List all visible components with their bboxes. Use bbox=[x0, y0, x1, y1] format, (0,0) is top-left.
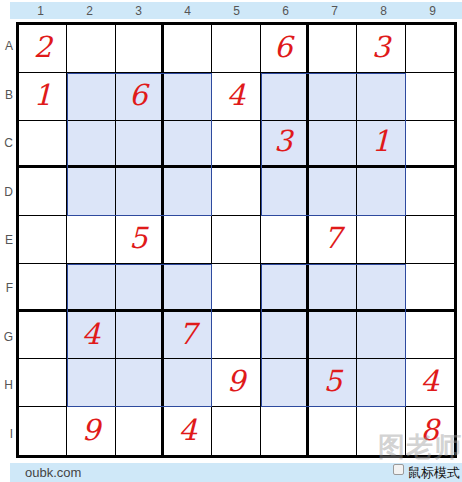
cell-A9[interactable] bbox=[406, 25, 454, 73]
cell-B4[interactable] bbox=[164, 73, 212, 121]
cell-G6[interactable] bbox=[261, 312, 309, 360]
cell-H1[interactable] bbox=[19, 359, 67, 407]
cell-B5[interactable]: 4 bbox=[212, 73, 260, 121]
col-label-3: 3 bbox=[114, 2, 163, 19]
cell-A5[interactable] bbox=[212, 25, 260, 73]
cell-C4[interactable] bbox=[164, 121, 212, 169]
given-digit: 4 bbox=[421, 367, 439, 396]
given-digit: 4 bbox=[227, 81, 245, 110]
mouse-mode-checkbox[interactable] bbox=[393, 464, 404, 475]
col-label-8: 8 bbox=[359, 2, 408, 19]
given-digit: 4 bbox=[178, 416, 196, 445]
cell-I8[interactable] bbox=[357, 407, 405, 455]
row-label-H: H bbox=[0, 361, 15, 409]
cell-C8[interactable]: 1 bbox=[357, 121, 405, 169]
cell-H6[interactable] bbox=[261, 359, 309, 407]
given-digit: 6 bbox=[129, 81, 147, 110]
row-label-F: F bbox=[0, 264, 15, 312]
row-label-E: E bbox=[0, 216, 15, 264]
cell-C3[interactable] bbox=[116, 121, 164, 169]
row-label-B: B bbox=[0, 70, 15, 118]
cell-D5[interactable] bbox=[212, 168, 260, 216]
cell-B9[interactable] bbox=[406, 73, 454, 121]
cell-E4[interactable] bbox=[164, 216, 212, 264]
cell-H4[interactable] bbox=[164, 359, 212, 407]
cell-D3[interactable] bbox=[116, 168, 164, 216]
given-digit: 7 bbox=[323, 224, 341, 253]
cell-F4[interactable] bbox=[164, 264, 212, 312]
cell-B8[interactable] bbox=[357, 73, 405, 121]
given-digit: 5 bbox=[129, 224, 147, 253]
given-digit: 2 bbox=[33, 33, 51, 62]
cell-H7[interactable]: 5 bbox=[309, 359, 357, 407]
col-label-2: 2 bbox=[65, 2, 114, 19]
given-digit: 3 bbox=[372, 33, 390, 62]
cell-A1[interactable]: 2 bbox=[19, 25, 67, 73]
row-label-A: A bbox=[0, 22, 15, 70]
cell-I4[interactable]: 4 bbox=[164, 407, 212, 455]
cell-G9[interactable] bbox=[406, 312, 454, 360]
cell-G7[interactable] bbox=[309, 312, 357, 360]
cell-D9[interactable] bbox=[406, 168, 454, 216]
cell-D2[interactable] bbox=[67, 168, 115, 216]
row-label-C: C bbox=[0, 119, 15, 167]
cell-E2[interactable] bbox=[67, 216, 115, 264]
cell-A4[interactable] bbox=[164, 25, 212, 73]
cell-H5[interactable]: 9 bbox=[212, 359, 260, 407]
cell-A2[interactable] bbox=[67, 25, 115, 73]
cell-F8[interactable] bbox=[357, 264, 405, 312]
sudoku-board: 263164315747954948 bbox=[16, 22, 457, 458]
cell-C6[interactable]: 3 bbox=[261, 121, 309, 169]
given-digit: 3 bbox=[274, 127, 292, 156]
mouse-mode-control: 鼠标模式 bbox=[393, 464, 462, 482]
cell-B1[interactable]: 1 bbox=[19, 73, 67, 121]
cell-I9[interactable]: 8 bbox=[406, 407, 454, 455]
cell-I3[interactable] bbox=[116, 407, 164, 455]
cell-A7[interactable] bbox=[309, 25, 357, 73]
cell-G3[interactable] bbox=[116, 312, 164, 360]
cell-C2[interactable] bbox=[67, 121, 115, 169]
cell-D4[interactable] bbox=[164, 168, 212, 216]
column-header-strip: 123456789 bbox=[10, 2, 462, 19]
cell-F1[interactable] bbox=[19, 264, 67, 312]
given-digit: 7 bbox=[178, 320, 196, 349]
cell-I2[interactable]: 9 bbox=[67, 407, 115, 455]
mouse-mode-label[interactable]: 鼠标模式 bbox=[408, 464, 460, 482]
cell-I1[interactable] bbox=[19, 407, 67, 455]
given-digit: 1 bbox=[372, 127, 390, 156]
cell-D8[interactable] bbox=[357, 168, 405, 216]
row-label-D: D bbox=[0, 167, 15, 215]
cell-C5[interactable] bbox=[212, 121, 260, 169]
col-label-1: 1 bbox=[16, 2, 65, 19]
site-label: oubk.com bbox=[10, 465, 81, 480]
cell-D7[interactable] bbox=[309, 168, 357, 216]
cell-D1[interactable] bbox=[19, 168, 67, 216]
row-labels: ABCDEFGHI bbox=[0, 22, 15, 458]
cell-C7[interactable] bbox=[309, 121, 357, 169]
cell-H8[interactable] bbox=[357, 359, 405, 407]
cell-E8[interactable] bbox=[357, 216, 405, 264]
cell-E9[interactable] bbox=[406, 216, 454, 264]
footer-strip: oubk.com 鼠标模式 bbox=[10, 463, 462, 482]
cell-E5[interactable] bbox=[212, 216, 260, 264]
cell-F7[interactable] bbox=[309, 264, 357, 312]
cell-A3[interactable] bbox=[116, 25, 164, 73]
cell-B7[interactable] bbox=[309, 73, 357, 121]
cell-A6[interactable]: 6 bbox=[261, 25, 309, 73]
cell-F9[interactable] bbox=[406, 264, 454, 312]
cell-F2[interactable] bbox=[67, 264, 115, 312]
cell-A8[interactable]: 3 bbox=[357, 25, 405, 73]
given-digit: 5 bbox=[323, 367, 341, 396]
cell-D6[interactable] bbox=[261, 168, 309, 216]
column-labels: 123456789 bbox=[16, 2, 457, 19]
given-digit: 4 bbox=[82, 320, 100, 349]
cell-I5[interactable] bbox=[212, 407, 260, 455]
given-digit: 9 bbox=[227, 367, 245, 396]
row-label-G: G bbox=[0, 313, 15, 361]
col-label-6: 6 bbox=[261, 2, 310, 19]
cell-B3[interactable]: 6 bbox=[116, 73, 164, 121]
cell-F3[interactable] bbox=[116, 264, 164, 312]
row-label-I: I bbox=[0, 410, 15, 458]
cell-F5[interactable] bbox=[212, 264, 260, 312]
cell-F6[interactable] bbox=[261, 264, 309, 312]
col-label-7: 7 bbox=[310, 2, 359, 19]
cell-B2[interactable] bbox=[67, 73, 115, 121]
given-digit: 1 bbox=[33, 81, 51, 110]
col-label-9: 9 bbox=[408, 2, 457, 19]
cell-E1[interactable] bbox=[19, 216, 67, 264]
cell-C9[interactable] bbox=[406, 121, 454, 169]
cell-H2[interactable] bbox=[67, 359, 115, 407]
cell-G8[interactable] bbox=[357, 312, 405, 360]
cell-H3[interactable] bbox=[116, 359, 164, 407]
cell-G1[interactable] bbox=[19, 312, 67, 360]
cell-B6[interactable] bbox=[261, 73, 309, 121]
cell-E7[interactable]: 7 bbox=[309, 216, 357, 264]
cell-C1[interactable] bbox=[19, 121, 67, 169]
col-label-5: 5 bbox=[212, 2, 261, 19]
given-digit: 8 bbox=[421, 416, 439, 445]
cell-G2[interactable]: 4 bbox=[67, 312, 115, 360]
sudoku-app: 123456789 ABCDEFGHI 263164315747954948 o… bbox=[0, 0, 462, 482]
cell-I7[interactable] bbox=[309, 407, 357, 455]
cell-E6[interactable] bbox=[261, 216, 309, 264]
cell-I6[interactable] bbox=[261, 407, 309, 455]
cell-E3[interactable]: 5 bbox=[116, 216, 164, 264]
cell-H9[interactable]: 4 bbox=[406, 359, 454, 407]
given-digit: 9 bbox=[82, 416, 100, 445]
given-digit: 6 bbox=[274, 33, 292, 62]
cell-G4[interactable]: 7 bbox=[164, 312, 212, 360]
cell-G5[interactable] bbox=[212, 312, 260, 360]
col-label-4: 4 bbox=[163, 2, 212, 19]
